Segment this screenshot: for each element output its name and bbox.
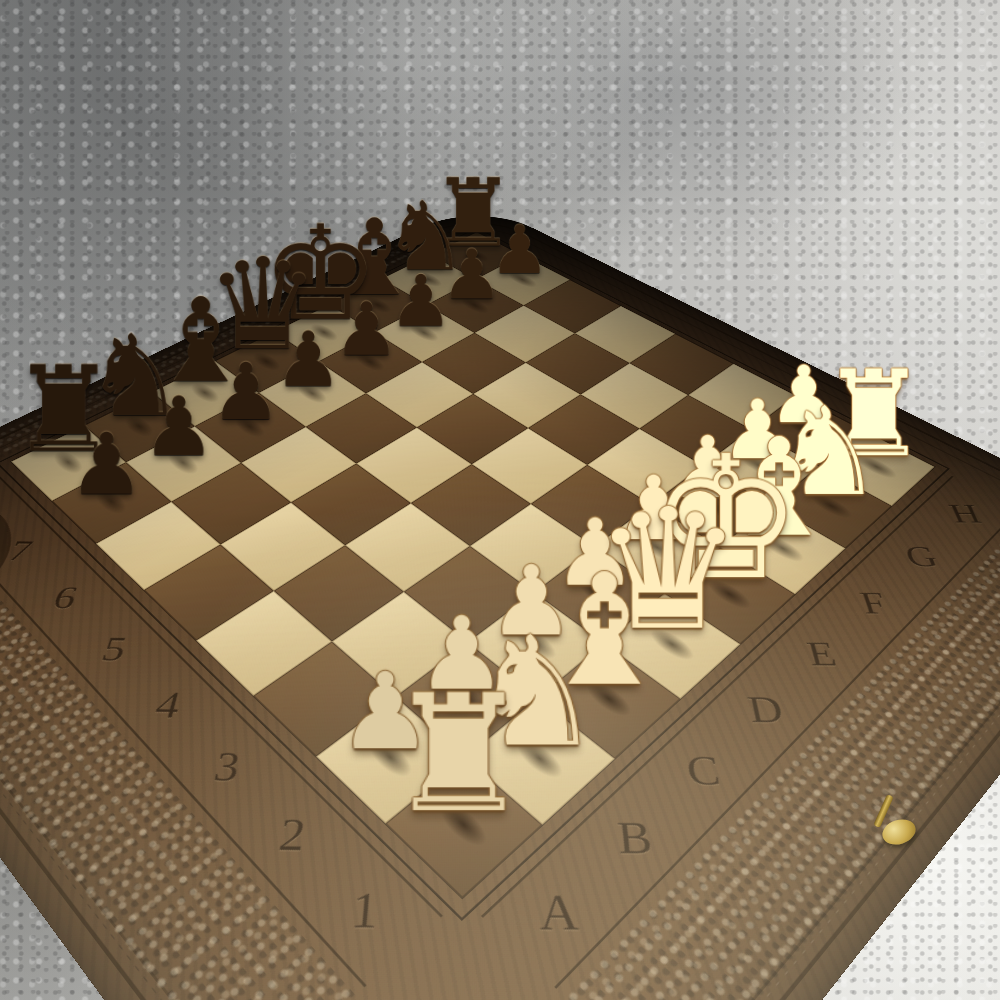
rank-label-2: 2 (232, 807, 352, 862)
file-label-b: B (615, 810, 655, 864)
rank-label-4: 4 (111, 683, 224, 728)
file-label-g: G (900, 539, 943, 573)
rank-label-5: 5 (59, 628, 168, 669)
rank-label-8: 8 (0, 492, 29, 524)
rank-label-7: 7 (0, 533, 72, 567)
file-label-h: H (944, 497, 986, 529)
rank-label-3: 3 (169, 742, 285, 791)
chess-board-plaque: 87654321 HGFEDCBA ♜♞♟♝♟♚♟♛♟♝♟♞♟♟♜♟♟♜♟♟♞♟… (0, 201, 1000, 1000)
file-label-a: A (539, 882, 581, 942)
file-label-e: E (803, 633, 841, 674)
file-label-f: F (856, 584, 892, 621)
rank-label-1: 1 (302, 880, 425, 941)
file-label-c: C (683, 746, 723, 795)
scene: 87654321 HGFEDCBA ♜♞♟♝♟♚♟♛♟♝♟♞♟♟♜♟♟♜♟♟♞♟… (0, 0, 1000, 1000)
file-label-d: D (744, 687, 787, 731)
piece-white-rook-a1[interactable]: ♜ (386, 680, 531, 829)
photo-frame: 87654321 HGFEDCBA ♜♞♟♝♟♚♟♛♟♝♟♞♟♟♜♟♟♜♟♟♞♟… (0, 0, 1000, 1000)
rank-label-6: 6 (12, 579, 118, 616)
